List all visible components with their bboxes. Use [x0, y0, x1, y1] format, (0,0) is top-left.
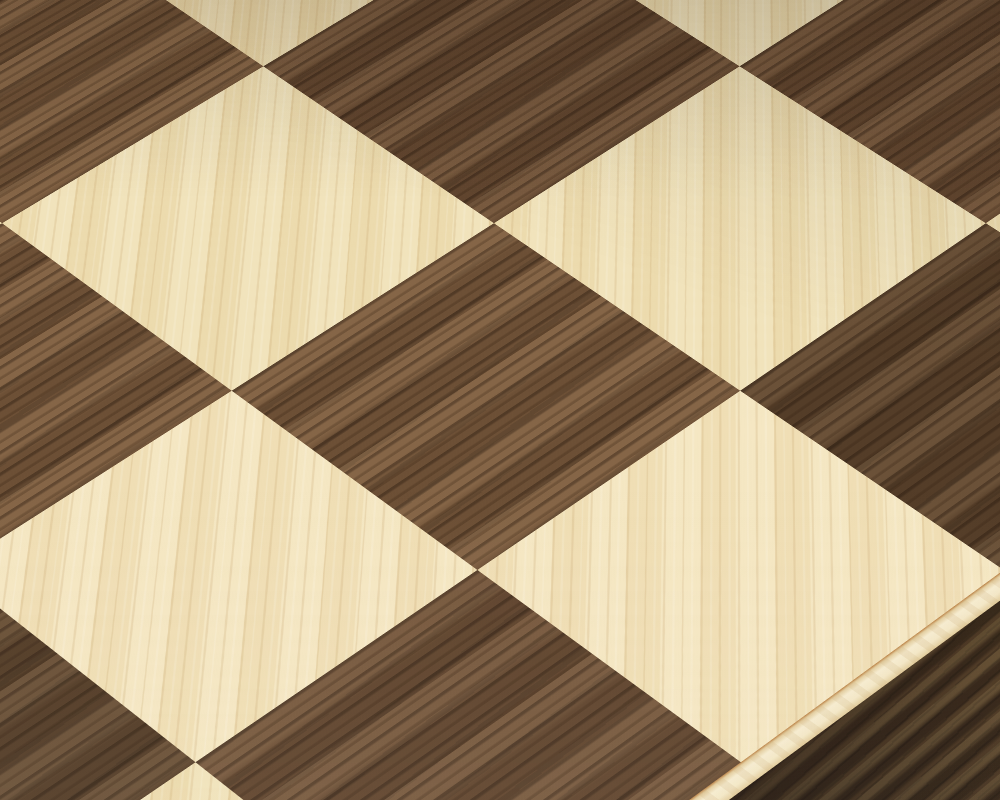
board-surface-grid: [0, 0, 1000, 800]
chess-board: [0, 0, 1000, 800]
chessboard-photo: [0, 0, 1000, 800]
